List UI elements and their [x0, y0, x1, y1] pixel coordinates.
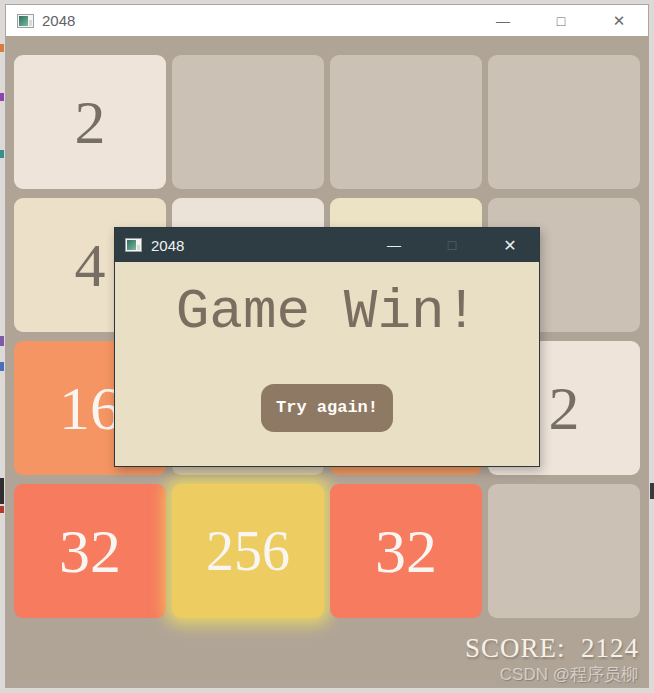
window-title: 2048	[42, 12, 75, 29]
main-titlebar[interactable]: 2048 — □ ✕	[6, 5, 648, 36]
game-win-dialog: 2048 — □ ✕ Game Win! Try again!	[114, 227, 540, 467]
dialog-app-icon	[125, 238, 142, 252]
background-edge	[0, 44, 4, 52]
background-edge	[0, 506, 4, 513]
dialog-minimize-button[interactable]: —	[365, 228, 423, 262]
background-edge	[650, 483, 654, 499]
dialog-title: 2048	[151, 237, 184, 254]
score-display: SCORE: 2124	[465, 633, 639, 664]
dialog-close-button[interactable]: ✕	[481, 228, 539, 262]
watermark: CSDN @程序员柳	[500, 663, 638, 686]
background-edge	[0, 93, 4, 101]
tile-32: 32	[14, 484, 166, 618]
minimize-button[interactable]: —	[474, 5, 532, 36]
close-button[interactable]: ✕	[590, 5, 648, 36]
empty-cell	[330, 55, 482, 189]
background-edge	[0, 336, 4, 346]
background-edge	[0, 362, 4, 371]
background-edge	[0, 150, 4, 158]
screenshot-root: 2048 — □ ✕ 241623225632 SCORE: 2124 CSDN…	[0, 0, 654, 693]
background-edge	[0, 478, 4, 504]
empty-cell	[172, 55, 324, 189]
empty-cell	[488, 484, 640, 618]
maximize-button[interactable]: □	[532, 5, 590, 36]
app-icon	[17, 14, 34, 28]
dialog-body: Game Win! Try again!	[115, 262, 539, 466]
dialog-controls: — □ ✕	[365, 228, 539, 262]
game-win-message: Game Win!	[176, 282, 478, 344]
tile-32: 32	[330, 484, 482, 618]
dialog-titlebar[interactable]: 2048 — □ ✕	[115, 228, 539, 262]
window-controls: — □ ✕	[474, 5, 648, 36]
try-again-button[interactable]: Try again!	[261, 384, 393, 432]
tile-256: 256	[172, 484, 324, 618]
dialog-maximize-button[interactable]: □	[423, 228, 481, 262]
tile-2: 2	[14, 55, 166, 189]
empty-cell	[488, 55, 640, 189]
